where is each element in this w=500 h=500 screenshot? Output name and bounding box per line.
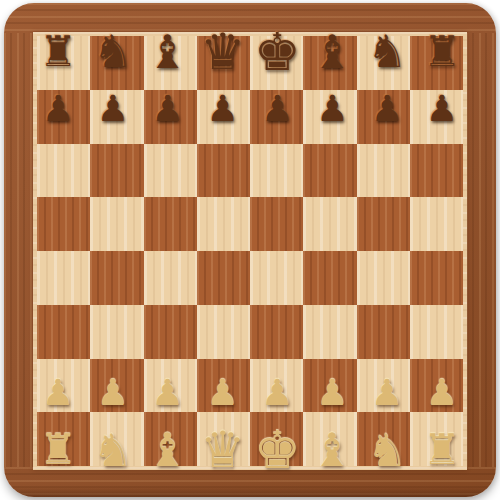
square-h7[interactable]: ♟ xyxy=(410,90,463,144)
photo-background: ♜♞♝♛♚♝♞♜♟♟♟♟♟♟♟♟♟♟♟♟♟♟♟♟♜♞♝♛♚♝♞♜ xyxy=(0,0,500,500)
square-a3[interactable] xyxy=(37,305,90,359)
piece-black-pawn[interactable]: ♟ xyxy=(97,91,129,127)
square-a5[interactable] xyxy=(37,197,90,251)
square-f5[interactable] xyxy=(303,197,356,251)
piece-black-knight[interactable]: ♞ xyxy=(93,29,133,74)
piece-black-pawn[interactable]: ♟ xyxy=(261,91,293,127)
piece-black-rook[interactable]: ♜ xyxy=(423,31,461,73)
square-c5[interactable] xyxy=(144,197,197,251)
inner-border-panel: ♜♞♝♛♚♝♞♜♟♟♟♟♟♟♟♟♟♟♟♟♟♟♟♟♜♞♝♛♚♝♞♜ xyxy=(33,32,467,470)
square-g5[interactable] xyxy=(357,197,410,251)
square-d3[interactable] xyxy=(197,305,250,359)
square-d2[interactable]: ♟ xyxy=(197,359,250,413)
square-d4[interactable] xyxy=(197,251,250,305)
piece-black-rook[interactable]: ♜ xyxy=(39,31,77,73)
piece-white-pawn[interactable]: ♟ xyxy=(42,375,74,411)
piece-white-king[interactable]: ♚ xyxy=(254,424,301,476)
square-h1[interactable]: ♜ xyxy=(410,412,463,466)
square-d1[interactable]: ♛ xyxy=(197,412,250,466)
board-grid: ♜♞♝♛♚♝♞♜♟♟♟♟♟♟♟♟♟♟♟♟♟♟♟♟♜♞♝♛♚♝♞♜ xyxy=(37,36,463,466)
frame-left-rail xyxy=(4,33,34,467)
piece-white-pawn[interactable]: ♟ xyxy=(371,375,403,411)
square-c1[interactable]: ♝ xyxy=(144,412,197,466)
square-a4[interactable] xyxy=(37,251,90,305)
square-g6[interactable] xyxy=(357,144,410,198)
square-c6[interactable] xyxy=(144,144,197,198)
square-b6[interactable] xyxy=(90,144,143,198)
piece-black-pawn[interactable]: ♟ xyxy=(316,91,348,127)
piece-white-pawn[interactable]: ♟ xyxy=(97,375,129,411)
piece-white-pawn[interactable]: ♟ xyxy=(261,375,293,411)
square-h8[interactable]: ♜ xyxy=(410,36,463,90)
square-c3[interactable] xyxy=(144,305,197,359)
square-b1[interactable]: ♞ xyxy=(90,412,143,466)
square-a6[interactable] xyxy=(37,144,90,198)
square-f7[interactable]: ♟ xyxy=(303,90,356,144)
square-h6[interactable] xyxy=(410,144,463,198)
piece-black-bishop[interactable]: ♝ xyxy=(312,29,353,75)
square-g4[interactable] xyxy=(357,251,410,305)
piece-black-queen[interactable]: ♛ xyxy=(200,27,245,77)
piece-white-rook[interactable]: ♜ xyxy=(423,429,461,471)
square-f6[interactable] xyxy=(303,144,356,198)
piece-white-bishop[interactable]: ♝ xyxy=(312,427,353,473)
piece-white-queen[interactable]: ♛ xyxy=(200,425,245,475)
square-d7[interactable]: ♟ xyxy=(197,90,250,144)
square-d6[interactable] xyxy=(197,144,250,198)
square-e8[interactable]: ♚ xyxy=(250,36,303,90)
square-h2[interactable]: ♟ xyxy=(410,359,463,413)
piece-white-pawn[interactable]: ♟ xyxy=(426,375,458,411)
piece-black-pawn[interactable]: ♟ xyxy=(206,91,238,127)
square-e1[interactable]: ♚ xyxy=(250,412,303,466)
piece-black-pawn[interactable]: ♟ xyxy=(371,91,403,127)
piece-white-knight[interactable]: ♞ xyxy=(93,428,133,473)
square-h5[interactable] xyxy=(410,197,463,251)
square-h3[interactable] xyxy=(410,305,463,359)
piece-black-knight[interactable]: ♞ xyxy=(367,29,407,74)
square-b4[interactable] xyxy=(90,251,143,305)
square-a7[interactable]: ♟ xyxy=(37,90,90,144)
square-e7[interactable]: ♟ xyxy=(250,90,303,144)
square-b7[interactable]: ♟ xyxy=(90,90,143,144)
square-g8[interactable]: ♞ xyxy=(357,36,410,90)
square-b5[interactable] xyxy=(90,197,143,251)
piece-white-pawn[interactable]: ♟ xyxy=(152,375,184,411)
piece-black-pawn[interactable]: ♟ xyxy=(426,91,458,127)
piece-white-pawn[interactable]: ♟ xyxy=(316,375,348,411)
square-h4[interactable] xyxy=(410,251,463,305)
square-e3[interactable] xyxy=(250,305,303,359)
piece-black-bishop[interactable]: ♝ xyxy=(147,29,188,75)
square-a1[interactable]: ♜ xyxy=(37,412,90,466)
frame-right-rail xyxy=(466,33,496,467)
piece-black-pawn[interactable]: ♟ xyxy=(152,91,184,127)
square-f1[interactable]: ♝ xyxy=(303,412,356,466)
square-e2[interactable]: ♟ xyxy=(250,359,303,413)
square-f4[interactable] xyxy=(303,251,356,305)
chess-board: ♜♞♝♛♚♝♞♜♟♟♟♟♟♟♟♟♟♟♟♟♟♟♟♟♜♞♝♛♚♝♞♜ xyxy=(4,3,496,497)
square-e4[interactable] xyxy=(250,251,303,305)
square-e5[interactable] xyxy=(250,197,303,251)
square-f3[interactable] xyxy=(303,305,356,359)
square-c7[interactable]: ♟ xyxy=(144,90,197,144)
square-e6[interactable] xyxy=(250,144,303,198)
square-c8[interactable]: ♝ xyxy=(144,36,197,90)
square-a2[interactable]: ♟ xyxy=(37,359,90,413)
square-c4[interactable] xyxy=(144,251,197,305)
square-f2[interactable]: ♟ xyxy=(303,359,356,413)
square-g1[interactable]: ♞ xyxy=(357,412,410,466)
square-f8[interactable]: ♝ xyxy=(303,36,356,90)
piece-white-rook[interactable]: ♜ xyxy=(39,429,77,471)
piece-black-king[interactable]: ♚ xyxy=(254,26,301,78)
piece-white-pawn[interactable]: ♟ xyxy=(206,375,238,411)
square-d8[interactable]: ♛ xyxy=(197,36,250,90)
square-a8[interactable]: ♜ xyxy=(37,36,90,90)
square-b3[interactable] xyxy=(90,305,143,359)
piece-white-knight[interactable]: ♞ xyxy=(367,428,407,473)
square-g7[interactable]: ♟ xyxy=(357,90,410,144)
square-g3[interactable] xyxy=(357,305,410,359)
square-c2[interactable]: ♟ xyxy=(144,359,197,413)
square-g2[interactable]: ♟ xyxy=(357,359,410,413)
square-b2[interactable]: ♟ xyxy=(90,359,143,413)
piece-black-pawn[interactable]: ♟ xyxy=(42,91,74,127)
square-b8[interactable]: ♞ xyxy=(90,36,143,90)
square-d5[interactable] xyxy=(197,197,250,251)
piece-white-bishop[interactable]: ♝ xyxy=(147,427,188,473)
